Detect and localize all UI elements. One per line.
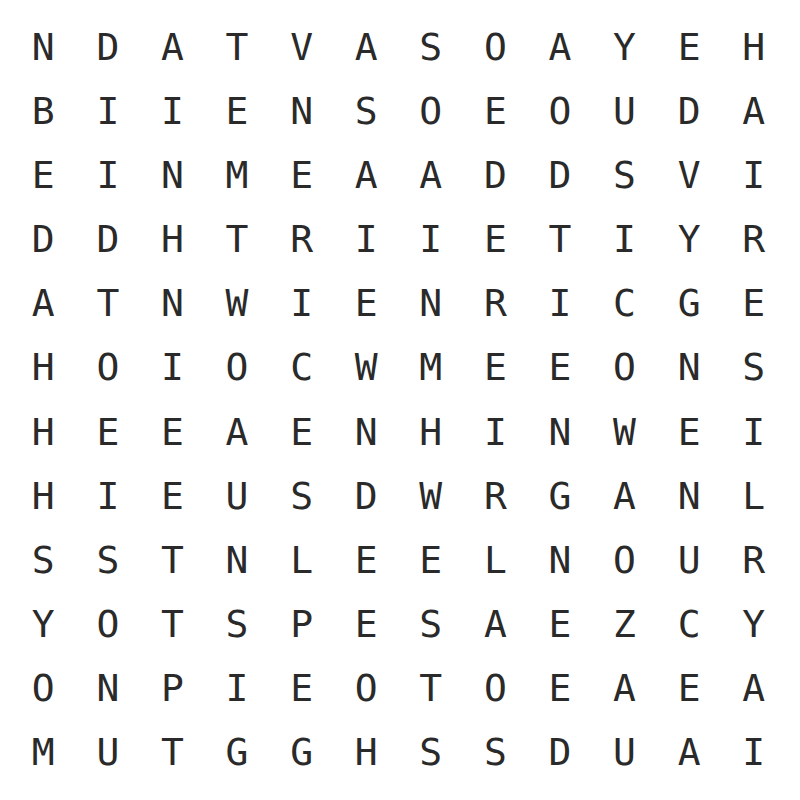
- grid-cell-r9c11[interactable]: U: [657, 528, 722, 592]
- grid-cell-r2c11[interactable]: D: [657, 79, 722, 143]
- grid-cell-r2c1[interactable]: B: [11, 79, 76, 143]
- grid-cell-r9c4[interactable]: N: [205, 528, 270, 592]
- grid-cell-r2c3[interactable]: I: [140, 79, 205, 143]
- grid-cell-r6c4[interactable]: O: [205, 335, 270, 399]
- grid-cell-r11c6[interactable]: O: [334, 656, 399, 720]
- grid-cell-r3c1[interactable]: E: [11, 143, 76, 207]
- grid-cell-r3c4[interactable]: M: [205, 143, 270, 207]
- grid-cell-r7c5[interactable]: E: [269, 400, 334, 464]
- grid-cell-r1c11[interactable]: E: [657, 15, 722, 79]
- grid-cell-r6c3[interactable]: I: [140, 335, 205, 399]
- grid-cell-r5c12[interactable]: E: [721, 271, 786, 335]
- grid-cell-r1c1[interactable]: N: [11, 15, 76, 79]
- grid-cell-r1c8[interactable]: O: [463, 15, 528, 79]
- grid-cell-r1c2[interactable]: D: [76, 15, 141, 79]
- grid-cell-r11c7[interactable]: T: [399, 656, 464, 720]
- grid-cell-r4c9[interactable]: T: [528, 207, 593, 271]
- grid-cell-r6c2[interactable]: O: [76, 335, 141, 399]
- grid-cell-r9c2[interactable]: S: [76, 528, 141, 592]
- grid-cell-r6c11[interactable]: N: [657, 335, 722, 399]
- grid-cell-r11c3[interactable]: P: [140, 656, 205, 720]
- grid-cell-r1c9[interactable]: A: [528, 15, 593, 79]
- grid-cell-r8c12[interactable]: L: [721, 464, 786, 528]
- grid-cell-r9c12[interactable]: R: [721, 528, 786, 592]
- grid-cell-r7c4[interactable]: A: [205, 400, 270, 464]
- grid-cell-r4c8[interactable]: E: [463, 207, 528, 271]
- grid-cell-r4c5[interactable]: R: [269, 207, 334, 271]
- grid-cell-r8c4[interactable]: U: [205, 464, 270, 528]
- grid-cell-r2c12[interactable]: A: [721, 79, 786, 143]
- grid-cell-r3c9[interactable]: D: [528, 143, 593, 207]
- grid-cell-r12c5[interactable]: G: [269, 720, 334, 784]
- grid-cell-r7c7[interactable]: H: [399, 400, 464, 464]
- grid-cell-r10c1[interactable]: Y: [11, 592, 76, 656]
- grid-cell-r9c9[interactable]: N: [528, 528, 593, 592]
- grid-cell-r11c9[interactable]: E: [528, 656, 593, 720]
- grid-cell-r4c7[interactable]: I: [399, 207, 464, 271]
- grid-cell-r7c8[interactable]: I: [463, 400, 528, 464]
- grid-cell-r11c10[interactable]: A: [592, 656, 657, 720]
- grid-cell-r5c5[interactable]: I: [269, 271, 334, 335]
- grid-cell-r6c8[interactable]: E: [463, 335, 528, 399]
- grid-cell-r10c8[interactable]: A: [463, 592, 528, 656]
- grid-cell-r11c8[interactable]: O: [463, 656, 528, 720]
- grid-cell-r3c5[interactable]: E: [269, 143, 334, 207]
- grid-cell-r1c6[interactable]: A: [334, 15, 399, 79]
- grid-cell-r10c5[interactable]: P: [269, 592, 334, 656]
- grid-cell-r10c4[interactable]: S: [205, 592, 270, 656]
- grid-cell-r8c9[interactable]: G: [528, 464, 593, 528]
- grid-cell-r6c12[interactable]: S: [721, 335, 786, 399]
- grid-cell-r6c1[interactable]: H: [11, 335, 76, 399]
- grid-cell-r8c6[interactable]: D: [334, 464, 399, 528]
- grid-cell-r7c12[interactable]: I: [721, 400, 786, 464]
- grid-cell-r9c8[interactable]: L: [463, 528, 528, 592]
- grid-cell-r3c10[interactable]: S: [592, 143, 657, 207]
- grid-cell-r4c3[interactable]: H: [140, 207, 205, 271]
- grid-cell-r5c6[interactable]: E: [334, 271, 399, 335]
- grid-cell-r1c3[interactable]: A: [140, 15, 205, 79]
- grid-cell-r9c3[interactable]: T: [140, 528, 205, 592]
- grid-cell-r2c5[interactable]: N: [269, 79, 334, 143]
- grid-cell-r6c10[interactable]: O: [592, 335, 657, 399]
- grid-cell-r1c4[interactable]: T: [205, 15, 270, 79]
- grid-cell-r12c6[interactable]: H: [334, 720, 399, 784]
- grid-cell-r10c12[interactable]: Y: [721, 592, 786, 656]
- grid-cell-r12c4[interactable]: G: [205, 720, 270, 784]
- grid-cell-r11c12[interactable]: A: [721, 656, 786, 720]
- grid-cell-r5c3[interactable]: N: [140, 271, 205, 335]
- grid-cell-r5c8[interactable]: R: [463, 271, 528, 335]
- grid-cell-r1c12[interactable]: H: [721, 15, 786, 79]
- grid-cell-r7c9[interactable]: N: [528, 400, 593, 464]
- grid-cell-r5c7[interactable]: N: [399, 271, 464, 335]
- grid-cell-r9c5[interactable]: L: [269, 528, 334, 592]
- grid-cell-r10c10[interactable]: Z: [592, 592, 657, 656]
- grid-cell-r1c5[interactable]: V: [269, 15, 334, 79]
- grid-cell-r5c1[interactable]: A: [11, 271, 76, 335]
- grid-cell-r3c12[interactable]: I: [721, 143, 786, 207]
- grid-cell-r8c11[interactable]: N: [657, 464, 722, 528]
- grid-cell-r4c6[interactable]: I: [334, 207, 399, 271]
- grid-cell-r12c3[interactable]: T: [140, 720, 205, 784]
- grid-cell-r8c8[interactable]: R: [463, 464, 528, 528]
- grid-cell-r5c4[interactable]: W: [205, 271, 270, 335]
- grid-cell-r6c7[interactable]: M: [399, 335, 464, 399]
- grid-cell-r11c4[interactable]: I: [205, 656, 270, 720]
- grid-cell-r3c6[interactable]: A: [334, 143, 399, 207]
- grid-cell-r10c6[interactable]: E: [334, 592, 399, 656]
- grid-cell-r10c7[interactable]: S: [399, 592, 464, 656]
- grid-cell-r12c7[interactable]: S: [399, 720, 464, 784]
- grid-cell-r8c1[interactable]: H: [11, 464, 76, 528]
- grid-cell-r12c12[interactable]: I: [721, 720, 786, 784]
- grid-cell-r8c3[interactable]: E: [140, 464, 205, 528]
- grid-cell-r9c10[interactable]: O: [592, 528, 657, 592]
- grid-cell-r11c5[interactable]: E: [269, 656, 334, 720]
- grid-cell-r5c2[interactable]: T: [76, 271, 141, 335]
- grid-cell-r10c11[interactable]: C: [657, 592, 722, 656]
- grid-cell-r11c11[interactable]: E: [657, 656, 722, 720]
- grid-cell-r2c8[interactable]: E: [463, 79, 528, 143]
- grid-cell-r12c8[interactable]: S: [463, 720, 528, 784]
- grid-cell-r12c10[interactable]: U: [592, 720, 657, 784]
- grid-cell-r3c3[interactable]: N: [140, 143, 205, 207]
- grid-cell-r5c11[interactable]: G: [657, 271, 722, 335]
- grid-cell-r6c9[interactable]: E: [528, 335, 593, 399]
- grid-cell-r3c2[interactable]: I: [76, 143, 141, 207]
- grid-cell-r6c5[interactable]: C: [269, 335, 334, 399]
- grid-cell-r8c2[interactable]: I: [76, 464, 141, 528]
- grid-cell-r3c7[interactable]: A: [399, 143, 464, 207]
- grid-cell-r4c2[interactable]: D: [76, 207, 141, 271]
- grid-cell-r1c10[interactable]: Y: [592, 15, 657, 79]
- grid-cell-r9c1[interactable]: S: [11, 528, 76, 592]
- grid-cell-r8c10[interactable]: A: [592, 464, 657, 528]
- grid-cell-r12c9[interactable]: D: [528, 720, 593, 784]
- grid-cell-r9c7[interactable]: E: [399, 528, 464, 592]
- grid-cell-r4c12[interactable]: R: [721, 207, 786, 271]
- grid-cell-r7c3[interactable]: E: [140, 400, 205, 464]
- grid-cell-r2c9[interactable]: O: [528, 79, 593, 143]
- grid-cell-r5c9[interactable]: I: [528, 271, 593, 335]
- grid-cell-r11c1[interactable]: O: [11, 656, 76, 720]
- grid-cell-r12c1[interactable]: M: [11, 720, 76, 784]
- grid-cell-r4c1[interactable]: D: [11, 207, 76, 271]
- word-search-grid: NDATVASOAYEHBIIENSOEOUDAEINMEAADDSVIDDHT…: [11, 15, 786, 784]
- grid-cell-r2c7[interactable]: O: [399, 79, 464, 143]
- grid-cell-r3c8[interactable]: D: [463, 143, 528, 207]
- grid-cell-r8c5[interactable]: S: [269, 464, 334, 528]
- grid-cell-r1c7[interactable]: S: [399, 15, 464, 79]
- grid-cell-r7c10[interactable]: W: [592, 400, 657, 464]
- grid-cell-r2c2[interactable]: I: [76, 79, 141, 143]
- grid-cell-r7c11[interactable]: E: [657, 400, 722, 464]
- grid-cell-r4c4[interactable]: T: [205, 207, 270, 271]
- grid-cell-r7c2[interactable]: E: [76, 400, 141, 464]
- grid-cell-r5c10[interactable]: C: [592, 271, 657, 335]
- grid-cell-r7c6[interactable]: N: [334, 400, 399, 464]
- grid-cell-r3c11[interactable]: V: [657, 143, 722, 207]
- grid-cell-r12c11[interactable]: A: [657, 720, 722, 784]
- grid-cell-r12c2[interactable]: U: [76, 720, 141, 784]
- grid-cell-r2c4[interactable]: E: [205, 79, 270, 143]
- grid-cell-r11c2[interactable]: N: [76, 656, 141, 720]
- grid-cell-r10c9[interactable]: E: [528, 592, 593, 656]
- grid-cell-r2c10[interactable]: U: [592, 79, 657, 143]
- grid-cell-r10c3[interactable]: T: [140, 592, 205, 656]
- grid-cell-r4c11[interactable]: Y: [657, 207, 722, 271]
- grid-cell-r7c1[interactable]: H: [11, 400, 76, 464]
- grid-cell-r2c6[interactable]: S: [334, 79, 399, 143]
- grid-cell-r10c2[interactable]: O: [76, 592, 141, 656]
- grid-cell-r6c6[interactable]: W: [334, 335, 399, 399]
- grid-cell-r4c10[interactable]: I: [592, 207, 657, 271]
- grid-cell-r8c7[interactable]: W: [399, 464, 464, 528]
- grid-cell-r9c6[interactable]: E: [334, 528, 399, 592]
